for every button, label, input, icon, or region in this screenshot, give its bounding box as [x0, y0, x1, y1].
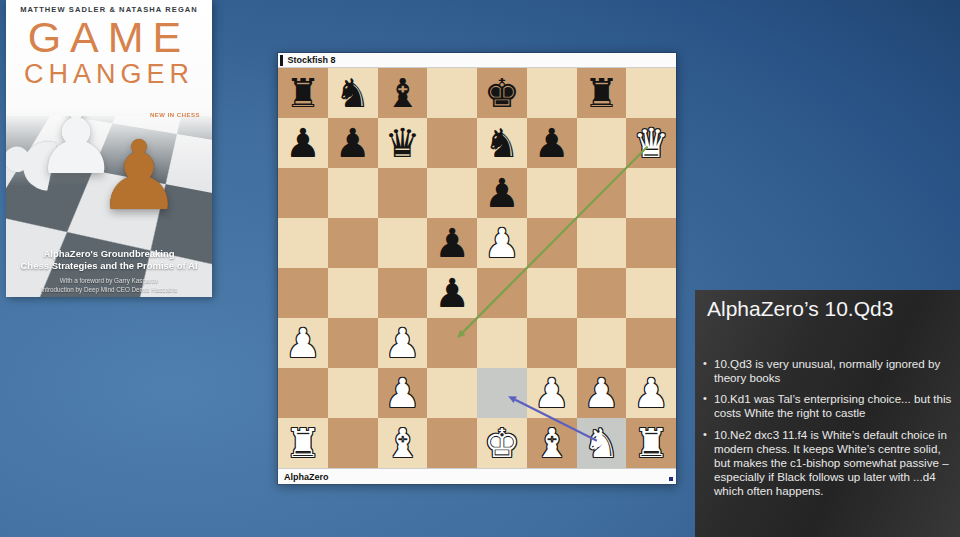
square-f8[interactable] [527, 68, 577, 118]
piece-black-knight[interactable]: ♞ [328, 68, 378, 118]
square-c5[interactable] [378, 218, 428, 268]
piece-white-king[interactable]: ♚ [477, 418, 527, 468]
square-f1[interactable]: ♝ [527, 418, 577, 468]
white-player-name: AlphaZero [284, 472, 329, 482]
cover-tagline: AlphaZero's Groundbreaking Chess Strateg… [6, 248, 212, 272]
book-cover: MATTHEW SADLER & NATASHA REGAN GAME CHAN… [6, 0, 212, 297]
square-f3[interactable] [527, 318, 577, 368]
text-cursor [280, 55, 283, 66]
piece-black-king[interactable]: ♚ [477, 68, 527, 118]
square-a7[interactable]: ♟ [278, 118, 328, 168]
square-d5[interactable]: ♟ [427, 218, 477, 268]
square-d4[interactable]: ♟ [427, 268, 477, 318]
square-h7[interactable]: ♛ [626, 118, 676, 168]
piece-white-queen[interactable]: ♛ [626, 118, 676, 168]
square-e3[interactable] [477, 318, 527, 368]
square-a1[interactable]: ♜ [278, 418, 328, 468]
piece-black-rook[interactable]: ♜ [278, 68, 328, 118]
square-f6[interactable] [527, 168, 577, 218]
square-g6[interactable] [577, 168, 627, 218]
chessboard-window: Stockfish 8 ♜♞♝♚♜♟♟♛♞♟♛♟♟♟♟♟♟♟♟♟♟♜♝♚♝♞♜ … [277, 52, 677, 485]
square-a4[interactable] [278, 268, 328, 318]
square-b3[interactable] [328, 318, 378, 368]
book-title-line2: CHANGER [6, 60, 212, 88]
piece-white-pawn[interactable]: ♟ [477, 218, 527, 268]
piece-black-queen[interactable]: ♛ [378, 118, 428, 168]
piece-white-knight[interactable]: ♞ [577, 418, 627, 468]
piece-white-pawn[interactable]: ♟ [378, 318, 428, 368]
piece-black-pawn[interactable]: ♟ [427, 218, 477, 268]
window-corner-dot [669, 477, 673, 481]
piece-white-bishop[interactable]: ♝ [527, 418, 577, 468]
publisher-label: NEW IN CHESS [150, 112, 200, 118]
square-e7[interactable]: ♞ [477, 118, 527, 168]
piece-black-pawn[interactable]: ♟ [328, 118, 378, 168]
square-g5[interactable] [577, 218, 627, 268]
piece-white-pawn[interactable]: ♟ [626, 368, 676, 418]
bullet-item: 10.Kd1 was Tal’s enterprising choice... … [701, 392, 952, 420]
square-a8[interactable]: ♜ [278, 68, 328, 118]
chessboard[interactable]: ♜♞♝♚♜♟♟♛♞♟♛♟♟♟♟♟♟♟♟♟♟♜♝♚♝♞♜ [278, 68, 676, 468]
square-e4[interactable] [477, 268, 527, 318]
bullet-list: 10.Qd3 is very unusual, normally ignored… [701, 357, 952, 498]
piece-black-pawn[interactable]: ♟ [427, 268, 477, 318]
cover-credits: With a foreword by Garry Kasparov Introd… [6, 276, 212, 295]
board-area: ♜♞♝♚♜♟♟♛♞♟♛♟♟♟♟♟♟♟♟♟♟♜♝♚♝♞♜ [278, 68, 676, 468]
square-h8[interactable] [626, 68, 676, 118]
piece-black-pawn[interactable]: ♟ [527, 118, 577, 168]
square-e5[interactable]: ♟ [477, 218, 527, 268]
square-g1[interactable]: ♞ [577, 418, 627, 468]
book-title-line1: GAME [6, 16, 212, 60]
square-c8[interactable]: ♝ [378, 68, 428, 118]
square-e1[interactable]: ♚ [477, 418, 527, 468]
cover-photo: ♟ ♟ ♟ AlphaZero's Groundbreaking Chess S… [6, 116, 212, 297]
piece-white-bishop[interactable]: ♝ [378, 418, 428, 468]
cover-tagline-line2: Chess Strategies and the Promise of AI [6, 260, 212, 272]
bullet-item: 10.Ne2 dxc3 11.f4 is White’s default cho… [701, 428, 952, 499]
square-e8[interactable]: ♚ [477, 68, 527, 118]
square-c3[interactable]: ♟ [378, 318, 428, 368]
square-b1[interactable] [328, 418, 378, 468]
square-a5[interactable] [278, 218, 328, 268]
square-g4[interactable] [577, 268, 627, 318]
square-b6[interactable] [328, 168, 378, 218]
black-player-name: Stockfish 8 [288, 55, 336, 65]
piece-white-rook[interactable]: ♜ [278, 418, 328, 468]
piece-white-pawn[interactable]: ♟ [527, 368, 577, 418]
cover-credit-line1: With a foreword by Garry Kasparov [6, 276, 212, 285]
cover-tagline-line1: AlphaZero's Groundbreaking [6, 248, 212, 260]
bronze-pawn-image: ♟ [96, 128, 182, 224]
square-c2[interactable]: ♟ [378, 368, 428, 418]
square-g3[interactable] [577, 318, 627, 368]
square-h2[interactable]: ♟ [626, 368, 676, 418]
square-d1[interactable] [427, 418, 477, 468]
square-d8[interactable] [427, 68, 477, 118]
square-f2[interactable]: ♟ [527, 368, 577, 418]
square-b7[interactable]: ♟ [328, 118, 378, 168]
square-d7[interactable] [427, 118, 477, 168]
square-d3[interactable] [427, 318, 477, 368]
square-a2[interactable] [278, 368, 328, 418]
piece-black-pawn[interactable]: ♟ [477, 168, 527, 218]
square-e2[interactable] [477, 368, 527, 418]
square-h1[interactable]: ♜ [626, 418, 676, 468]
square-h3[interactable] [626, 318, 676, 368]
square-c6[interactable] [378, 168, 428, 218]
square-h6[interactable] [626, 168, 676, 218]
square-a6[interactable] [278, 168, 328, 218]
square-d2[interactable] [427, 368, 477, 418]
square-b5[interactable] [328, 218, 378, 268]
square-a3[interactable]: ♟ [278, 318, 328, 368]
slide-text-panel: AlphaZero’s 10.Qd3 10.Qd3 is very unusua… [695, 290, 960, 537]
square-b4[interactable] [328, 268, 378, 318]
slide-title: AlphaZero’s 10.Qd3 [707, 297, 960, 321]
slide-frame: MATTHEW SADLER & NATASHA REGAN GAME CHAN… [0, 0, 960, 537]
bullet-item: 10.Qd3 is very unusual, normally ignored… [701, 357, 952, 385]
piece-black-pawn[interactable]: ♟ [278, 118, 328, 168]
piece-white-pawn[interactable]: ♟ [577, 368, 627, 418]
square-h4[interactable] [626, 268, 676, 318]
square-f4[interactable] [527, 268, 577, 318]
square-b2[interactable] [328, 368, 378, 418]
square-b8[interactable]: ♞ [328, 68, 378, 118]
square-f5[interactable] [527, 218, 577, 268]
square-h5[interactable] [626, 218, 676, 268]
piece-black-bishop[interactable]: ♝ [378, 68, 428, 118]
piece-white-rook[interactable]: ♜ [626, 418, 676, 468]
square-c4[interactable] [378, 268, 428, 318]
black-player-bar: Stockfish 8 [278, 53, 676, 68]
piece-black-knight[interactable]: ♞ [477, 118, 527, 168]
piece-black-rook[interactable]: ♜ [577, 68, 627, 118]
square-g8[interactable]: ♜ [577, 68, 627, 118]
square-c7[interactable]: ♛ [378, 118, 428, 168]
square-f7[interactable]: ♟ [527, 118, 577, 168]
piece-white-pawn[interactable]: ♟ [378, 368, 428, 418]
cover-credit-line2: Introduction by Deep Mind CEO Demis Hass… [6, 285, 212, 294]
square-e6[interactable]: ♟ [477, 168, 527, 218]
square-g2[interactable]: ♟ [577, 368, 627, 418]
piece-white-pawn[interactable]: ♟ [278, 318, 328, 368]
square-c1[interactable]: ♝ [378, 418, 428, 468]
square-g7[interactable] [577, 118, 627, 168]
square-d6[interactable] [427, 168, 477, 218]
white-player-bar: AlphaZero [278, 468, 676, 484]
